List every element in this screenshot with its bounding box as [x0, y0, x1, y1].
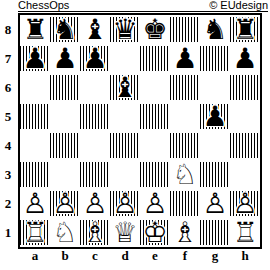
- piece-white-knight: ♞♘: [50, 218, 80, 247]
- piece-white-pawn: ♟♙: [200, 189, 230, 218]
- square-b6[interactable]: [50, 73, 80, 102]
- piece-glyph: ♝: [110, 73, 140, 102]
- file-label-d: d: [110, 249, 140, 263]
- piece-white-pawn: ♟♙: [230, 189, 260, 218]
- square-g8[interactable]: ♞♞: [200, 15, 230, 44]
- piece-glyph: ♗: [80, 218, 110, 247]
- piece-black-rook: ♜♜: [230, 15, 260, 44]
- piece-white-bishop: ♝♗: [80, 218, 110, 247]
- piece-glyph: ♘: [50, 218, 80, 247]
- piece-glyph: ♕: [110, 218, 140, 247]
- piece-glyph: ♟: [200, 102, 230, 131]
- piece-black-pawn: ♟♟: [200, 102, 230, 131]
- square-f1[interactable]: ♝♗: [170, 218, 200, 247]
- piece-glyph: ♙: [140, 189, 170, 218]
- square-f3[interactable]: ♞♘: [170, 160, 200, 189]
- square-g6[interactable]: [200, 73, 230, 102]
- piece-glyph: ♔: [140, 218, 170, 247]
- piece-glyph: ♟: [80, 44, 110, 73]
- piece-glyph: ♛: [110, 15, 140, 44]
- piece-black-bishop: ♝♝: [110, 73, 140, 102]
- square-f8[interactable]: [170, 15, 200, 44]
- piece-glyph: ♘: [170, 160, 200, 189]
- piece-glyph: ♜: [230, 15, 260, 44]
- square-e1[interactable]: ♚♔: [140, 218, 170, 247]
- piece-glyph: ♙: [230, 189, 260, 218]
- square-d6[interactable]: ♝♝: [110, 73, 140, 102]
- piece-white-queen: ♛♕: [110, 218, 140, 247]
- square-c2[interactable]: ♟♙: [80, 189, 110, 218]
- piece-white-king: ♚♔: [140, 218, 170, 247]
- square-a1[interactable]: ♜♖: [20, 218, 50, 247]
- square-f2[interactable]: [170, 189, 200, 218]
- piece-glyph: ♚: [140, 15, 170, 44]
- piece-glyph: ♙: [20, 189, 50, 218]
- square-d7[interactable]: [110, 44, 140, 73]
- square-h4[interactable]: [230, 131, 260, 160]
- square-e8[interactable]: ♚♚: [140, 15, 170, 44]
- piece-glyph: ♟: [20, 44, 50, 73]
- file-label-g: g: [200, 249, 230, 263]
- square-b5[interactable]: [50, 102, 80, 131]
- app-title: ChessOps: [18, 0, 69, 11]
- square-c6[interactable]: [80, 73, 110, 102]
- square-b7[interactable]: ♟♟: [50, 44, 80, 73]
- piece-glyph: ♙: [200, 189, 230, 218]
- square-f7[interactable]: ♟♟: [170, 44, 200, 73]
- rank-label-8: 8: [0, 15, 16, 44]
- square-a7[interactable]: ♟♟: [20, 44, 50, 73]
- file-label-b: b: [50, 249, 80, 263]
- piece-glyph: ♞: [50, 15, 80, 44]
- rank-label-4: 4: [0, 131, 16, 160]
- square-a5[interactable]: [20, 102, 50, 131]
- square-h5[interactable]: [230, 102, 260, 131]
- piece-glyph: ♗: [170, 218, 200, 247]
- piece-black-king: ♚♚: [140, 15, 170, 44]
- square-d1[interactable]: ♛♕: [110, 218, 140, 247]
- rank-label-6: 6: [0, 73, 16, 102]
- rank-label-5: 5: [0, 102, 16, 131]
- square-a3[interactable]: [20, 160, 50, 189]
- file-label-h: h: [230, 249, 260, 263]
- square-b3[interactable]: [50, 160, 80, 189]
- piece-white-pawn: ♟♙: [110, 189, 140, 218]
- square-d8[interactable]: ♛♛: [110, 15, 140, 44]
- square-h8[interactable]: ♜♜: [230, 15, 260, 44]
- credit-label: © EUdesign: [209, 0, 268, 11]
- square-e3[interactable]: [140, 160, 170, 189]
- rank-label-7: 7: [0, 44, 16, 73]
- square-h1[interactable]: ♜♖: [230, 218, 260, 247]
- square-d4[interactable]: [110, 131, 140, 160]
- square-g4[interactable]: [200, 131, 230, 160]
- piece-black-knight: ♞♞: [50, 15, 80, 44]
- square-h3[interactable]: [230, 160, 260, 189]
- piece-glyph: ♙: [110, 189, 140, 218]
- piece-white-pawn: ♟♙: [50, 189, 80, 218]
- square-h2[interactable]: ♟♙: [230, 189, 260, 218]
- file-labels: abcdefgh: [20, 249, 260, 263]
- square-b8[interactable]: ♞♞: [50, 15, 80, 44]
- chess-board: ♜♜♞♞♝♝♛♛♚♚♞♞♜♜♟♟♟♟♟♟♟♟♟♟♝♝♟♟♞♘♟♙♟♙♟♙♟♙♟♙…: [18, 13, 262, 249]
- square-h7[interactable]: ♟♟: [230, 44, 260, 73]
- square-b2[interactable]: ♟♙: [50, 189, 80, 218]
- piece-black-knight: ♞♞: [200, 15, 230, 44]
- piece-glyph: ♙: [50, 189, 80, 218]
- file-label-a: a: [20, 249, 50, 263]
- square-c3[interactable]: [80, 160, 110, 189]
- piece-glyph: ♟: [170, 44, 200, 73]
- square-f4[interactable]: [170, 131, 200, 160]
- piece-black-bishop: ♝♝: [80, 15, 110, 44]
- piece-white-knight: ♞♘: [170, 160, 200, 189]
- square-f5[interactable]: [170, 102, 200, 131]
- piece-white-rook: ♜♖: [20, 218, 50, 247]
- square-c8[interactable]: ♝♝: [80, 15, 110, 44]
- chessops-screen: ChessOps © EUdesign 87654321 ♜♜♞♞♝♝♛♛♚♚♞…: [0, 0, 270, 270]
- square-c1[interactable]: ♝♗: [80, 218, 110, 247]
- square-h6[interactable]: [230, 73, 260, 102]
- piece-glyph: ♝: [80, 15, 110, 44]
- rank-label-3: 3: [0, 160, 16, 189]
- piece-white-pawn: ♟♙: [140, 189, 170, 218]
- rank-label-1: 1: [0, 218, 16, 247]
- square-e6[interactable]: [140, 73, 170, 102]
- piece-glyph: ♖: [230, 218, 260, 247]
- piece-black-pawn: ♟♟: [230, 44, 260, 73]
- square-d5[interactable]: [110, 102, 140, 131]
- piece-white-rook: ♜♖: [230, 218, 260, 247]
- square-c4[interactable]: [80, 131, 110, 160]
- piece-black-rook: ♜♜: [20, 15, 50, 44]
- piece-glyph: ♟: [50, 44, 80, 73]
- square-c5[interactable]: [80, 102, 110, 131]
- piece-black-pawn: ♟♟: [80, 44, 110, 73]
- piece-white-pawn: ♟♙: [20, 189, 50, 218]
- square-e5[interactable]: [140, 102, 170, 131]
- file-label-c: c: [80, 249, 110, 263]
- square-g5[interactable]: ♟♟: [200, 102, 230, 131]
- piece-glyph: ♟: [230, 44, 260, 73]
- piece-white-pawn: ♟♙: [80, 189, 110, 218]
- square-e2[interactable]: ♟♙: [140, 189, 170, 218]
- rank-label-2: 2: [0, 189, 16, 218]
- header-bar: ChessOps © EUdesign: [18, 0, 268, 12]
- piece-glyph: ♜: [20, 15, 50, 44]
- piece-glyph: ♙: [80, 189, 110, 218]
- square-g1[interactable]: [200, 218, 230, 247]
- square-c7[interactable]: ♟♟: [80, 44, 110, 73]
- piece-glyph: ♞: [200, 15, 230, 44]
- square-a4[interactable]: [20, 131, 50, 160]
- square-e7[interactable]: [140, 44, 170, 73]
- square-g7[interactable]: [200, 44, 230, 73]
- piece-black-queen: ♛♛: [110, 15, 140, 44]
- piece-white-bishop: ♝♗: [170, 218, 200, 247]
- square-a8[interactable]: ♜♜: [20, 15, 50, 44]
- piece-black-pawn: ♟♟: [20, 44, 50, 73]
- file-label-f: f: [170, 249, 200, 263]
- square-e4[interactable]: [140, 131, 170, 160]
- square-f6[interactable]: [170, 73, 200, 102]
- rank-labels: 87654321: [0, 15, 16, 247]
- piece-glyph: ♖: [20, 218, 50, 247]
- piece-black-pawn: ♟♟: [170, 44, 200, 73]
- square-d3[interactable]: [110, 160, 140, 189]
- square-d2[interactable]: ♟♙: [110, 189, 140, 218]
- square-g2[interactable]: ♟♙: [200, 189, 230, 218]
- piece-black-pawn: ♟♟: [50, 44, 80, 73]
- file-label-e: e: [140, 249, 170, 263]
- square-a2[interactable]: ♟♙: [20, 189, 50, 218]
- square-a6[interactable]: [20, 73, 50, 102]
- square-b4[interactable]: [50, 131, 80, 160]
- square-g3[interactable]: [200, 160, 230, 189]
- square-b1[interactable]: ♞♘: [50, 218, 80, 247]
